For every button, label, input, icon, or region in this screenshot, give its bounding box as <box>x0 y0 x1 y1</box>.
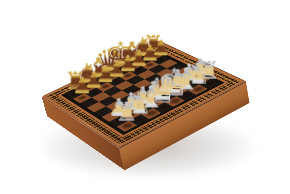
scene: ♜♞♝♛♚♝♞♜♟♟♟♟♟♟♟♟♟♟♟♟♟♟♟♟♜♞♝♛♚♝♞♜ <box>0 0 290 194</box>
chess-board-case: ♜♞♝♛♚♝♞♜♟♟♟♟♟♟♟♟♟♟♟♟♟♟♟♟♜♞♝♛♚♝♞♜ <box>41 41 245 148</box>
square-b5 <box>98 96 117 106</box>
square-c4 <box>117 95 136 105</box>
chess-set-photo: ♜♞♝♛♚♝♞♜♟♟♟♟♟♟♟♟♟♟♟♟♟♟♟♟♜♞♝♛♚♝♞♜ <box>0 0 290 194</box>
square-a4 <box>94 107 113 118</box>
square-a5 <box>87 102 106 112</box>
square-b4 <box>106 101 125 111</box>
